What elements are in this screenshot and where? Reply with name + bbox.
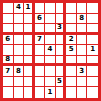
cell-r8c3[interactable]	[24, 77, 35, 88]
cell-r3c4[interactable]	[35, 24, 46, 35]
cell-r9c1[interactable]	[3, 87, 14, 98]
cell-r3c8[interactable]	[77, 24, 88, 35]
cell-r7c9[interactable]	[87, 66, 98, 77]
cell-r7c1[interactable]: 7	[3, 66, 14, 77]
cell-r6c1[interactable]: 8	[3, 56, 14, 67]
cell-r2c7[interactable]	[66, 14, 77, 25]
cell-r4c6[interactable]	[56, 35, 67, 46]
cell-r7c8[interactable]: 3	[77, 66, 88, 77]
cell-r8c4[interactable]	[35, 77, 46, 88]
cell-r9c8[interactable]	[77, 87, 88, 98]
cell-r5c6[interactable]	[56, 45, 67, 56]
cell-r6c4[interactable]	[35, 56, 46, 67]
cell-r6c2[interactable]	[14, 56, 25, 67]
cell-r5c1[interactable]	[3, 45, 14, 56]
cell-r8c1[interactable]	[3, 77, 14, 88]
cell-r1c3[interactable]: 1	[24, 3, 35, 14]
cell-r8c2[interactable]	[14, 77, 25, 88]
cell-r5c4[interactable]	[35, 45, 46, 56]
cell-r1c1[interactable]	[3, 3, 14, 14]
cell-r9c9[interactable]	[87, 87, 98, 98]
cell-r2c2[interactable]	[14, 14, 25, 25]
cell-r4c9[interactable]	[87, 35, 98, 46]
cell-r9c2[interactable]	[14, 87, 25, 98]
cell-r3c6[interactable]: 3	[56, 24, 67, 35]
cell-r6c9[interactable]	[87, 56, 98, 67]
cell-r1c6[interactable]	[56, 3, 67, 14]
cell-r5c9[interactable]: 1	[87, 45, 98, 56]
cell-r5c3[interactable]	[24, 45, 35, 56]
cell-r5c8[interactable]	[77, 45, 88, 56]
cell-r8c6[interactable]: 5	[56, 77, 67, 88]
cell-r1c4[interactable]	[35, 3, 46, 14]
sudoku-puzzle: 41683672451878351	[0, 0, 101, 101]
cell-r4c2[interactable]	[14, 35, 25, 46]
cell-r2c9[interactable]	[87, 14, 98, 25]
cell-r3c3[interactable]	[24, 24, 35, 35]
cell-r2c3[interactable]	[24, 14, 35, 25]
cell-r7c5[interactable]	[45, 66, 56, 77]
cell-r3c2[interactable]	[14, 24, 25, 35]
cell-r6c7[interactable]	[66, 56, 77, 67]
cell-r3c7[interactable]	[66, 24, 77, 35]
cell-r7c2[interactable]: 8	[14, 66, 25, 77]
cell-r4c4[interactable]: 7	[35, 35, 46, 46]
cell-r3c1[interactable]	[3, 24, 14, 35]
sudoku-board: 41683672451878351	[0, 0, 101, 101]
cell-r1c7[interactable]	[66, 3, 77, 14]
cell-r8c8[interactable]	[77, 77, 88, 88]
cell-r9c4[interactable]	[35, 87, 46, 98]
cell-r4c1[interactable]: 6	[3, 35, 14, 46]
cell-r2c5[interactable]	[45, 14, 56, 25]
cell-r5c2[interactable]	[14, 45, 25, 56]
cell-r4c7[interactable]: 2	[66, 35, 77, 46]
cell-r1c9[interactable]	[87, 3, 98, 14]
cell-r1c2[interactable]: 4	[14, 3, 25, 14]
cell-r8c5[interactable]	[45, 77, 56, 88]
cell-r7c6[interactable]	[56, 66, 67, 77]
cell-r8c7[interactable]	[66, 77, 77, 88]
cell-r9c6[interactable]	[56, 87, 67, 98]
cell-r4c8[interactable]	[77, 35, 88, 46]
cell-r4c3[interactable]	[24, 35, 35, 46]
cell-r5c5[interactable]: 4	[45, 45, 56, 56]
cell-r6c8[interactable]	[77, 56, 88, 67]
cell-r3c5[interactable]	[45, 24, 56, 35]
cell-r5c7[interactable]: 5	[66, 45, 77, 56]
cell-r6c6[interactable]	[56, 56, 67, 67]
cell-r6c3[interactable]	[24, 56, 35, 67]
cell-r6c5[interactable]	[45, 56, 56, 67]
cell-r2c1[interactable]	[3, 14, 14, 25]
cell-r7c7[interactable]	[66, 66, 77, 77]
cell-r7c4[interactable]	[35, 66, 46, 77]
cell-r7c3[interactable]	[24, 66, 35, 77]
cell-r4c5[interactable]	[45, 35, 56, 46]
cell-r9c3[interactable]	[24, 87, 35, 98]
cell-r8c9[interactable]	[87, 77, 98, 88]
cell-r1c8[interactable]	[77, 3, 88, 14]
cell-r1c5[interactable]	[45, 3, 56, 14]
cell-r3c9[interactable]	[87, 24, 98, 35]
cell-r9c5[interactable]: 1	[45, 87, 56, 98]
cell-r2c6[interactable]	[56, 14, 67, 25]
cell-r9c7[interactable]	[66, 87, 77, 98]
cell-r2c4[interactable]: 6	[35, 14, 46, 25]
cell-r2c8[interactable]: 8	[77, 14, 88, 25]
